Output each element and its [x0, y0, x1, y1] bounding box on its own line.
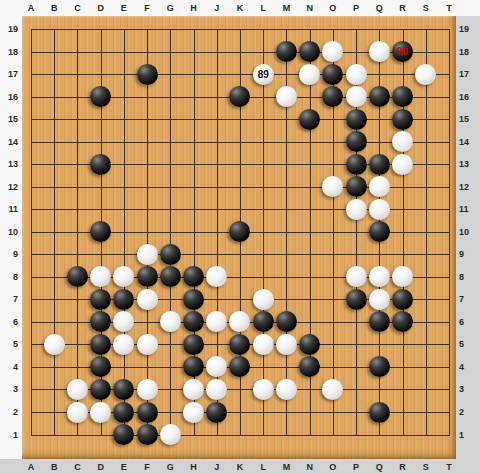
top-letter-F: F: [139, 2, 155, 14]
stone-L6[interactable]: [253, 311, 274, 332]
bottom-letter-K: K: [232, 461, 248, 473]
right-number-6: 6: [459, 316, 477, 328]
stone-L7[interactable]: [253, 289, 274, 310]
top-letter-K: K: [232, 2, 248, 14]
stone-R18[interactable]: 90: [392, 41, 413, 62]
left-number-13: 13: [0, 158, 18, 170]
bottom-letter-M: M: [278, 461, 294, 473]
stone-N17[interactable]: [299, 64, 320, 85]
bottom-letter-T: T: [441, 461, 457, 473]
top-letter-D: D: [93, 2, 109, 14]
stone-P7[interactable]: [346, 289, 367, 310]
right-number-16: 16: [459, 91, 477, 103]
right-number-2: 2: [459, 406, 477, 418]
stone-R14[interactable]: [392, 131, 413, 152]
grid-line-v-S: [426, 29, 427, 436]
stone-P14[interactable]: [346, 131, 367, 152]
grid-line-h-9: [31, 254, 450, 255]
stone-F8[interactable]: [137, 266, 158, 287]
right-number-5: 5: [459, 338, 477, 350]
stone-Q12[interactable]: [369, 176, 390, 197]
stone-F1[interactable]: [137, 424, 158, 445]
go-app-window: AABBCCDDEEFFGGHHJJKKLLMMNNOOPPQQRRSSTT19…: [0, 0, 480, 474]
left-number-8: 8: [0, 271, 18, 283]
stone-H3[interactable]: [183, 379, 204, 400]
stone-B5[interactable]: [44, 334, 65, 355]
top-letter-S: S: [418, 2, 434, 14]
bottom-letter-L: L: [255, 461, 271, 473]
top-letter-H: H: [186, 2, 202, 14]
bottom-letter-H: H: [186, 461, 202, 473]
stone-H5[interactable]: [183, 334, 204, 355]
top-letter-J: J: [209, 2, 225, 14]
right-number-13: 13: [459, 158, 477, 170]
bottom-letter-N: N: [302, 461, 318, 473]
top-letter-E: E: [116, 2, 132, 14]
top-letter-T: T: [441, 2, 457, 14]
stone-E2[interactable]: [113, 402, 134, 423]
left-number-4: 4: [0, 361, 18, 373]
bottom-letter-S: S: [418, 461, 434, 473]
stone-C2[interactable]: [67, 402, 88, 423]
stone-N5[interactable]: [299, 334, 320, 355]
top-letter-L: L: [255, 2, 271, 14]
left-number-9: 9: [0, 248, 18, 260]
stone-H2[interactable]: [183, 402, 204, 423]
top-letter-B: B: [46, 2, 62, 14]
bottom-letter-J: J: [209, 461, 225, 473]
grid-line-v-T: [449, 29, 450, 436]
left-number-17: 17: [0, 68, 18, 80]
right-number-4: 4: [459, 361, 477, 373]
stone-D3[interactable]: [90, 379, 111, 400]
right-number-11: 11: [459, 203, 477, 215]
bottom-letter-D: D: [93, 461, 109, 473]
stone-D2[interactable]: [90, 402, 111, 423]
bottom-letter-F: F: [139, 461, 155, 473]
stone-F5[interactable]: [137, 334, 158, 355]
stone-L5[interactable]: [253, 334, 274, 355]
bottom-letter-E: E: [116, 461, 132, 473]
left-number-12: 12: [0, 181, 18, 193]
left-number-2: 2: [0, 406, 18, 418]
stone-G8[interactable]: [160, 266, 181, 287]
right-number-10: 10: [459, 226, 477, 238]
top-letter-G: G: [162, 2, 178, 14]
stone-F3[interactable]: [137, 379, 158, 400]
top-letter-C: C: [69, 2, 85, 14]
stone-Q13[interactable]: [369, 154, 390, 175]
stone-D5[interactable]: [90, 334, 111, 355]
top-letter-N: N: [302, 2, 318, 14]
top-letter-P: P: [348, 2, 364, 14]
bottom-letter-O: O: [325, 461, 341, 473]
stone-M16[interactable]: [276, 86, 297, 107]
left-number-16: 16: [0, 91, 18, 103]
stone-H7[interactable]: [183, 289, 204, 310]
left-number-10: 10: [0, 226, 18, 238]
move-number-89: 89: [258, 64, 269, 85]
grid-line-h-1: [31, 435, 450, 436]
left-number-3: 3: [0, 383, 18, 395]
move-number-90: 90: [397, 41, 408, 62]
stone-Q18[interactable]: [369, 41, 390, 62]
stone-N18[interactable]: [299, 41, 320, 62]
stone-R16[interactable]: [392, 86, 413, 107]
stone-P12[interactable]: [346, 176, 367, 197]
stone-N15[interactable]: [299, 109, 320, 130]
left-number-15: 15: [0, 113, 18, 125]
stone-L3[interactable]: [253, 379, 274, 400]
stone-M3[interactable]: [276, 379, 297, 400]
bottom-letter-G: G: [162, 461, 178, 473]
stone-D7[interactable]: [90, 289, 111, 310]
stone-F17[interactable]: [137, 64, 158, 85]
stone-F9[interactable]: [137, 244, 158, 265]
right-number-14: 14: [459, 136, 477, 148]
right-number-8: 8: [459, 271, 477, 283]
stone-F7[interactable]: [137, 289, 158, 310]
right-number-12: 12: [459, 181, 477, 193]
left-number-5: 5: [0, 338, 18, 350]
stone-J2[interactable]: [206, 402, 227, 423]
stone-Q10[interactable]: [369, 221, 390, 242]
right-number-7: 7: [459, 293, 477, 305]
left-number-7: 7: [0, 293, 18, 305]
left-number-11: 11: [0, 203, 18, 215]
bottom-letter-B: B: [46, 461, 62, 473]
bottom-letter-C: C: [69, 461, 85, 473]
stone-P13[interactable]: [346, 154, 367, 175]
bottom-letter-A: A: [23, 461, 39, 473]
stone-R13[interactable]: [392, 154, 413, 175]
stone-O17[interactable]: [322, 64, 343, 85]
stone-P16[interactable]: [346, 86, 367, 107]
stone-Q11[interactable]: [369, 199, 390, 220]
stone-L17[interactable]: 89: [253, 64, 274, 85]
stone-D13[interactable]: [90, 154, 111, 175]
stone-S17[interactable]: [415, 64, 436, 85]
grid-line-v-L: [263, 29, 264, 436]
top-letter-M: M: [278, 2, 294, 14]
stone-P17[interactable]: [346, 64, 367, 85]
stone-Q2[interactable]: [369, 402, 390, 423]
stone-F2[interactable]: [137, 402, 158, 423]
stone-P8[interactable]: [346, 266, 367, 287]
bottom-letter-Q: Q: [371, 461, 387, 473]
stone-R15[interactable]: [392, 109, 413, 130]
stone-C3[interactable]: [67, 379, 88, 400]
stone-M5[interactable]: [276, 334, 297, 355]
top-letter-A: A: [23, 2, 39, 14]
right-number-19: 19: [459, 23, 477, 35]
left-number-19: 19: [0, 23, 18, 35]
right-number-3: 3: [459, 383, 477, 395]
stone-Q8[interactable]: [369, 266, 390, 287]
top-letter-Q: Q: [371, 2, 387, 14]
right-number-15: 15: [459, 113, 477, 125]
bottom-letter-R: R: [395, 461, 411, 473]
left-number-14: 14: [0, 136, 18, 148]
stone-Q7[interactable]: [369, 289, 390, 310]
bottom-letter-P: P: [348, 461, 364, 473]
stone-P11[interactable]: [346, 199, 367, 220]
right-number-18: 18: [459, 46, 477, 58]
left-number-1: 1: [0, 429, 18, 441]
right-number-1: 1: [459, 429, 477, 441]
stone-M18[interactable]: [276, 41, 297, 62]
left-number-18: 18: [0, 46, 18, 58]
stone-G9[interactable]: [160, 244, 181, 265]
stone-R7[interactable]: [392, 289, 413, 310]
top-letter-O: O: [325, 2, 341, 14]
right-number-17: 17: [459, 68, 477, 80]
right-number-9: 9: [459, 248, 477, 260]
stone-P15[interactable]: [346, 109, 367, 130]
stone-Q16[interactable]: [369, 86, 390, 107]
left-number-6: 6: [0, 316, 18, 328]
top-letter-R: R: [395, 2, 411, 14]
stone-G1[interactable]: [160, 424, 181, 445]
